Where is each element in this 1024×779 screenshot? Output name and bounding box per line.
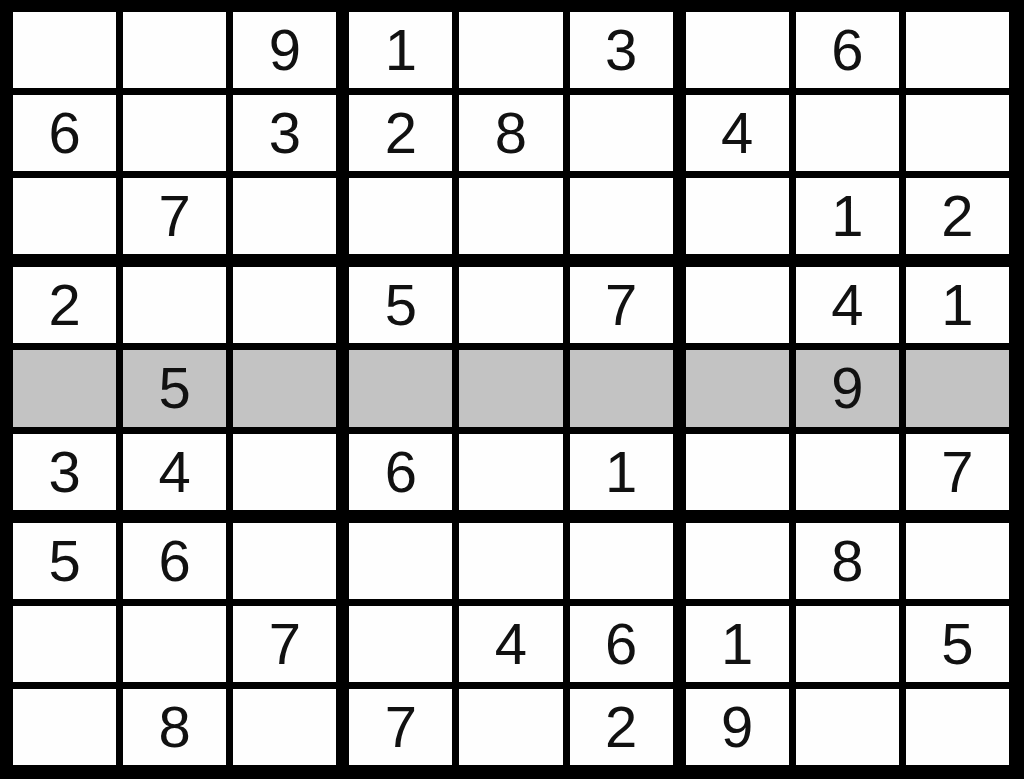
sudoku-cell[interactable] [459, 178, 562, 254]
sudoku-cell[interactable] [906, 350, 1009, 426]
sudoku-cell[interactable] [13, 606, 116, 682]
sudoku-cell[interactable]: 3 [570, 12, 673, 88]
sudoku-box: 6412 [686, 12, 1009, 254]
sudoku-cell[interactable]: 1 [906, 267, 1009, 343]
sudoku-cell[interactable] [459, 523, 562, 599]
sudoku-cell[interactable]: 7 [906, 434, 1009, 510]
sudoku-cell[interactable]: 8 [796, 523, 899, 599]
sudoku-cell[interactable] [570, 178, 673, 254]
sudoku-cell[interactable] [13, 689, 116, 765]
sudoku-cell[interactable] [796, 434, 899, 510]
sudoku-box: 4672 [349, 523, 672, 765]
sudoku-cell[interactable]: 9 [233, 12, 336, 88]
sudoku-cell[interactable] [906, 523, 1009, 599]
sudoku-cell[interactable] [349, 606, 452, 682]
sudoku-cell[interactable]: 2 [13, 267, 116, 343]
sudoku-cell[interactable] [233, 267, 336, 343]
sudoku-cell[interactable] [349, 350, 452, 426]
sudoku-cell[interactable]: 4 [459, 606, 562, 682]
sudoku-cell[interactable] [459, 12, 562, 88]
sudoku-box: 4197 [686, 267, 1009, 509]
sudoku-cell[interactable] [459, 350, 562, 426]
sudoku-cell[interactable] [570, 523, 673, 599]
sudoku-cell[interactable] [123, 95, 226, 171]
sudoku-cell[interactable] [686, 523, 789, 599]
sudoku-cell[interactable] [906, 689, 1009, 765]
sudoku-cell[interactable] [686, 267, 789, 343]
sudoku-cell[interactable]: 3 [13, 434, 116, 510]
sudoku-cell[interactable] [123, 267, 226, 343]
sudoku-cell[interactable] [686, 12, 789, 88]
sudoku-cell[interactable] [686, 178, 789, 254]
sudoku-cell[interactable] [796, 95, 899, 171]
sudoku-cell[interactable]: 7 [570, 267, 673, 343]
sudoku-cell[interactable] [233, 689, 336, 765]
sudoku-cell[interactable] [686, 350, 789, 426]
sudoku-cell[interactable]: 1 [349, 12, 452, 88]
sudoku-cell[interactable]: 2 [906, 178, 1009, 254]
sudoku-cell[interactable] [123, 606, 226, 682]
sudoku-cell[interactable]: 2 [570, 689, 673, 765]
sudoku-cell[interactable]: 5 [123, 350, 226, 426]
sudoku-cell[interactable] [233, 178, 336, 254]
sudoku-cell[interactable] [349, 523, 452, 599]
sudoku-cell[interactable] [459, 267, 562, 343]
sudoku-cell[interactable] [906, 12, 1009, 88]
sudoku-cell[interactable]: 9 [686, 689, 789, 765]
sudoku-cell[interactable]: 7 [349, 689, 452, 765]
sudoku-cell[interactable] [233, 523, 336, 599]
sudoku-cell[interactable]: 6 [796, 12, 899, 88]
sudoku-cell[interactable]: 1 [796, 178, 899, 254]
sudoku-cell[interactable] [459, 689, 562, 765]
sudoku-cell[interactable]: 3 [233, 95, 336, 171]
sudoku-cell[interactable]: 9 [796, 350, 899, 426]
sudoku-cell[interactable] [233, 350, 336, 426]
sudoku-cell[interactable]: 7 [233, 606, 336, 682]
sudoku-board: 963713286412253457614197567846728159 [0, 0, 1024, 779]
sudoku-cell[interactable] [906, 95, 1009, 171]
sudoku-cell[interactable]: 6 [13, 95, 116, 171]
sudoku-cell[interactable] [123, 12, 226, 88]
sudoku-cell[interactable]: 7 [123, 178, 226, 254]
sudoku-cell[interactable] [13, 178, 116, 254]
sudoku-box: 9637 [13, 12, 336, 254]
sudoku-cell[interactable] [13, 350, 116, 426]
sudoku-cell[interactable]: 6 [123, 523, 226, 599]
sudoku-cell[interactable] [686, 434, 789, 510]
sudoku-box: 2534 [13, 267, 336, 509]
sudoku-cell[interactable]: 5 [13, 523, 116, 599]
sudoku-cell[interactable] [570, 350, 673, 426]
sudoku-cell[interactable]: 4 [686, 95, 789, 171]
sudoku-box: 5678 [13, 523, 336, 765]
sudoku-cell[interactable] [13, 12, 116, 88]
sudoku-cell[interactable] [570, 95, 673, 171]
sudoku-cell[interactable]: 4 [796, 267, 899, 343]
sudoku-cell[interactable] [349, 178, 452, 254]
sudoku-cell[interactable]: 1 [570, 434, 673, 510]
sudoku-cell[interactable]: 5 [349, 267, 452, 343]
sudoku-box: 5761 [349, 267, 672, 509]
sudoku-cell[interactable] [796, 689, 899, 765]
sudoku-cell[interactable] [796, 606, 899, 682]
sudoku-cell[interactable]: 6 [349, 434, 452, 510]
sudoku-cell[interactable]: 1 [686, 606, 789, 682]
sudoku-cell[interactable]: 4 [123, 434, 226, 510]
sudoku-cell[interactable]: 6 [570, 606, 673, 682]
sudoku-box: 8159 [686, 523, 1009, 765]
sudoku-box: 1328 [349, 12, 672, 254]
sudoku-cell[interactable]: 8 [123, 689, 226, 765]
sudoku-cell[interactable] [459, 434, 562, 510]
sudoku-cell[interactable]: 8 [459, 95, 562, 171]
sudoku-cell[interactable]: 2 [349, 95, 452, 171]
sudoku-cell[interactable]: 5 [906, 606, 1009, 682]
sudoku-cell[interactable] [233, 434, 336, 510]
